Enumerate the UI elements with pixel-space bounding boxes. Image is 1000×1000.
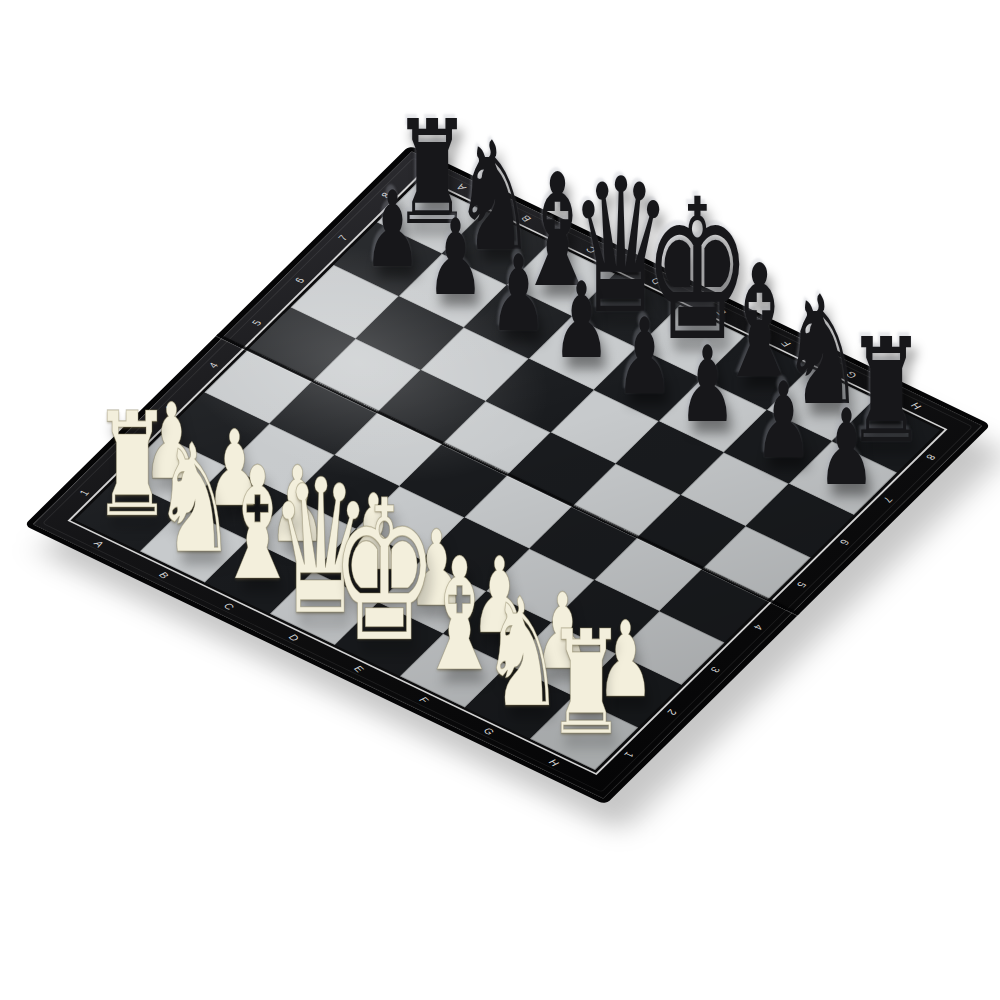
rank-label-right-2: 2 <box>657 702 687 722</box>
scene: AABBCCDDEEFFGGHH1122334455667788 ♜♞♝♛♚♝♞… <box>0 0 1000 1000</box>
rank-label-right-5: 5 <box>787 575 817 595</box>
rank-label-right-1: 1 <box>614 745 644 765</box>
chess-board: AABBCCDDEEFFGGHH1122334455667788 <box>24 145 991 805</box>
rank-label-right-4: 4 <box>744 617 774 637</box>
rank-label-right-3: 3 <box>700 660 730 680</box>
rank-label-right-7: 7 <box>873 490 903 510</box>
rank-label-right-8: 8 <box>916 447 946 467</box>
rank-label-right-6: 6 <box>830 532 860 552</box>
